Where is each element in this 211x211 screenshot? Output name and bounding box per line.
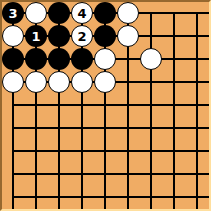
intersection-c5-r1 — [94, 2, 117, 25]
intersection-c4-r4 — [71, 71, 94, 94]
intersection-c3-r9 — [48, 186, 71, 209]
white-stone — [117, 25, 139, 47]
intersection-c4-r9 — [71, 186, 94, 209]
intersection-c9-r8 — [186, 163, 209, 186]
intersection-c7-r1 — [140, 2, 163, 25]
white-stone — [25, 71, 47, 93]
intersection-c3-r5 — [48, 94, 71, 117]
intersection-c1-r8 — [2, 163, 25, 186]
intersection-c7-r9 — [140, 186, 163, 209]
intersection-c2-r8 — [25, 163, 48, 186]
intersection-c4-r1: 4 — [71, 2, 94, 25]
intersection-c6-r6 — [117, 117, 140, 140]
go-board-diagram: 3412 — [0, 0, 211, 211]
white-stone — [2, 71, 24, 93]
intersection-c7-r7 — [140, 140, 163, 163]
intersection-c2-r3 — [25, 48, 48, 71]
intersection-c8-r8 — [163, 163, 186, 186]
white-stone-move-2: 2 — [71, 25, 93, 47]
intersection-c8-r7 — [163, 140, 186, 163]
intersection-c5-r5 — [94, 94, 117, 117]
intersection-c6-r1 — [117, 2, 140, 25]
white-stone — [25, 2, 47, 24]
black-stone — [94, 25, 116, 47]
intersection-c5-r6 — [94, 117, 117, 140]
black-stone — [48, 2, 70, 24]
intersection-c1-r4 — [2, 71, 25, 94]
black-stone — [48, 48, 70, 70]
intersection-c8-r3 — [163, 48, 186, 71]
intersection-c2-r1 — [25, 2, 48, 25]
intersection-c2-r4 — [25, 71, 48, 94]
intersection-c8-r6 — [163, 117, 186, 140]
intersection-c8-r5 — [163, 94, 186, 117]
intersection-c4-r7 — [71, 140, 94, 163]
intersection-c6-r2 — [117, 25, 140, 48]
intersection-c8-r2 — [163, 25, 186, 48]
intersection-c1-r5 — [2, 94, 25, 117]
intersection-c5-r8 — [94, 163, 117, 186]
intersection-c1-r3 — [2, 48, 25, 71]
go-board: 3412 — [2, 2, 209, 209]
intersection-c8-r4 — [163, 71, 186, 94]
intersection-c1-r2 — [2, 25, 25, 48]
black-stone — [71, 48, 93, 70]
white-stone — [48, 71, 70, 93]
intersection-c2-r5 — [25, 94, 48, 117]
intersection-c3-r1 — [48, 2, 71, 25]
black-stone-move-1: 1 — [25, 25, 47, 47]
intersection-c4-r5 — [71, 94, 94, 117]
intersection-c5-r7 — [94, 140, 117, 163]
intersection-c9-r5 — [186, 94, 209, 117]
white-stone — [94, 71, 116, 93]
intersection-c5-r2 — [94, 25, 117, 48]
intersection-c6-r5 — [117, 94, 140, 117]
intersection-c7-r6 — [140, 117, 163, 140]
intersection-c8-r1 — [163, 2, 186, 25]
intersection-c1-r6 — [2, 117, 25, 140]
intersection-c6-r4 — [117, 71, 140, 94]
intersection-c7-r5 — [140, 94, 163, 117]
white-stone — [2, 25, 24, 47]
intersection-c3-r3 — [48, 48, 71, 71]
intersection-c9-r6 — [186, 117, 209, 140]
intersection-c4-r3 — [71, 48, 94, 71]
intersection-c5-r3 — [94, 48, 117, 71]
intersection-c3-r2 — [48, 25, 71, 48]
intersection-c3-r4 — [48, 71, 71, 94]
intersection-c5-r9 — [94, 186, 117, 209]
intersection-c4-r6 — [71, 117, 94, 140]
white-stone — [71, 71, 93, 93]
intersection-c6-r8 — [117, 163, 140, 186]
black-stone-move-3: 3 — [2, 2, 24, 24]
black-stone — [25, 48, 47, 70]
intersection-c1-r9 — [2, 186, 25, 209]
intersection-c9-r9 — [186, 186, 209, 209]
intersection-c3-r7 — [48, 140, 71, 163]
black-stone — [94, 2, 116, 24]
intersection-c7-r2 — [140, 25, 163, 48]
intersection-c7-r4 — [140, 71, 163, 94]
intersection-c2-r9 — [25, 186, 48, 209]
intersection-c8-r9 — [163, 186, 186, 209]
intersection-c5-r4 — [94, 71, 117, 94]
intersection-c3-r8 — [48, 163, 71, 186]
intersection-c6-r3 — [117, 48, 140, 71]
black-stone — [2, 48, 24, 70]
intersection-c9-r1 — [186, 2, 209, 25]
intersection-c4-r2: 2 — [71, 25, 94, 48]
intersection-c9-r3 — [186, 48, 209, 71]
intersection-c9-r4 — [186, 71, 209, 94]
white-stone — [140, 48, 162, 70]
intersection-c9-r2 — [186, 25, 209, 48]
intersection-c6-r9 — [117, 186, 140, 209]
white-stone-move-4: 4 — [71, 2, 93, 24]
intersection-c7-r8 — [140, 163, 163, 186]
intersection-c9-r7 — [186, 140, 209, 163]
intersection-c2-r6 — [25, 117, 48, 140]
intersection-c4-r8 — [71, 163, 94, 186]
intersection-c6-r7 — [117, 140, 140, 163]
white-stone — [94, 48, 116, 70]
intersection-c2-r7 — [25, 140, 48, 163]
intersection-c3-r6 — [48, 117, 71, 140]
intersection-c7-r3 — [140, 48, 163, 71]
intersection-c2-r2: 1 — [25, 25, 48, 48]
white-stone — [117, 2, 139, 24]
intersection-c1-r1: 3 — [2, 2, 25, 25]
black-stone — [48, 25, 70, 47]
intersection-c1-r7 — [2, 140, 25, 163]
